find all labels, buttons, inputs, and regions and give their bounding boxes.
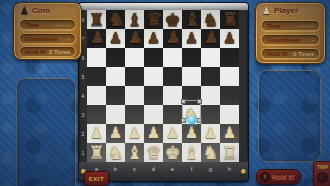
square-g2[interactable]: ♟ bbox=[201, 124, 220, 143]
file-label-h: h bbox=[220, 163, 239, 174]
black-pawn[interactable]: ♟ bbox=[106, 29, 125, 48]
com-panel: ♟ Com Time --:--:-- Countdown - Hold it!… bbox=[13, 2, 82, 60]
black-pawn[interactable]: ♟ bbox=[182, 29, 201, 48]
square-f7[interactable]: ♟ bbox=[182, 29, 201, 48]
black-pawn-icon: ♟ bbox=[20, 4, 29, 17]
square-g6[interactable] bbox=[201, 48, 220, 67]
square-c8[interactable]: ♝ bbox=[125, 10, 144, 29]
selection-glow-dot bbox=[188, 116, 196, 124]
black-pawn[interactable]: ♟ bbox=[87, 29, 106, 48]
black-bishop[interactable]: ♝ bbox=[182, 10, 201, 29]
square-d7[interactable]: ♟ bbox=[144, 29, 163, 48]
square-e7[interactable]: ♟ bbox=[163, 29, 182, 48]
square-h3[interactable] bbox=[220, 105, 239, 124]
square-d4[interactable] bbox=[144, 86, 163, 105]
square-h6[interactable] bbox=[220, 48, 239, 67]
player-time-label: Time bbox=[267, 23, 281, 29]
square-h8[interactable]: ♜ bbox=[220, 10, 239, 29]
square-b2[interactable]: ♟ bbox=[106, 124, 125, 143]
file-label-g: g bbox=[201, 163, 220, 174]
frame-screw-right bbox=[241, 169, 246, 174]
square-b8[interactable]: ♞ bbox=[106, 10, 125, 29]
square-a3[interactable] bbox=[87, 105, 106, 124]
com-countdown-value: - bbox=[68, 36, 70, 42]
square-d5[interactable] bbox=[144, 67, 163, 86]
square-b1[interactable]: ♞ bbox=[106, 143, 125, 162]
file-labels: abcdefgh bbox=[87, 163, 239, 174]
com-countdown-row: Countdown - bbox=[19, 33, 76, 44]
exit-button[interactable]: EXIT bbox=[84, 171, 109, 186]
square-f8[interactable]: ♝ bbox=[182, 10, 201, 29]
player-time-row: Time --:--:-- bbox=[261, 20, 320, 31]
square-d1[interactable]: ♛ bbox=[144, 143, 163, 162]
square-g8[interactable]: ♞ bbox=[201, 10, 220, 29]
square-a8[interactable]: ♜ bbox=[87, 10, 106, 29]
square-h1[interactable]: ♜ bbox=[220, 143, 239, 162]
square-a4[interactable] bbox=[87, 86, 106, 105]
player-holdit-value: 0 Times bbox=[293, 51, 314, 57]
square-e3[interactable] bbox=[163, 105, 182, 124]
square-c3[interactable] bbox=[125, 105, 144, 124]
square-g7[interactable]: ♟ bbox=[201, 29, 220, 48]
rank-label-4: 4 bbox=[79, 86, 87, 105]
square-h7[interactable]: ♟ bbox=[220, 29, 239, 48]
white-bishop[interactable]: ♝ bbox=[125, 143, 144, 162]
square-c4[interactable] bbox=[125, 86, 144, 105]
square-a6[interactable] bbox=[87, 48, 106, 67]
file-label-f: f bbox=[182, 163, 201, 174]
black-pawn[interactable]: ♟ bbox=[163, 29, 182, 48]
black-pawn[interactable]: ♟ bbox=[144, 29, 163, 48]
rank-label-3: 3 bbox=[79, 105, 87, 124]
square-f3[interactable]: ♞ bbox=[182, 105, 201, 124]
white-pawn[interactable]: ♟ bbox=[106, 124, 125, 143]
hold-it-button[interactable]: ! Hold it! bbox=[256, 169, 301, 185]
square-h5[interactable] bbox=[220, 67, 239, 86]
com-panel-header: ♟ Com bbox=[20, 4, 50, 17]
square-d8[interactable]: ♛ bbox=[144, 10, 163, 29]
player-holdit-label: Hold it! bbox=[267, 51, 288, 57]
black-bishop[interactable]: ♝ bbox=[125, 10, 144, 29]
com-countdown-label: Countdown bbox=[25, 36, 58, 42]
com-time-row: Time --:--:-- bbox=[19, 19, 76, 30]
square-e2[interactable]: ♟ bbox=[163, 124, 182, 143]
square-a5[interactable] bbox=[87, 67, 106, 86]
square-f1[interactable]: ♝ bbox=[182, 143, 201, 162]
square-f6[interactable] bbox=[182, 48, 201, 67]
square-b4[interactable] bbox=[106, 86, 125, 105]
square-c2[interactable]: ♟ bbox=[125, 124, 144, 143]
square-h4[interactable] bbox=[220, 86, 239, 105]
player-time-value: --:--:-- bbox=[299, 23, 314, 29]
corner-badge-knob-icon bbox=[317, 172, 328, 183]
file-label-d: d bbox=[144, 163, 163, 174]
square-d2[interactable]: ♟ bbox=[144, 124, 163, 143]
file-label-e: e bbox=[163, 163, 182, 174]
corner-badge-button[interactable]: TWP bbox=[313, 161, 330, 186]
white-bishop[interactable]: ♝ bbox=[182, 143, 201, 162]
rank-label-5: 5 bbox=[79, 67, 87, 86]
black-pawn[interactable]: ♟ bbox=[220, 29, 239, 48]
player-countdown-value: - bbox=[312, 37, 314, 43]
square-g4[interactable] bbox=[201, 86, 220, 105]
white-pawn[interactable]: ♟ bbox=[201, 124, 220, 143]
square-f5[interactable] bbox=[182, 67, 201, 86]
chess-board: 87654321 ♜♞♝♛♚♝♞♜♟♟♟♟♟♟♟♟♞♟♟♟♟♟♟♟♟♜♞♝♛♚♝… bbox=[79, 3, 248, 181]
black-knight[interactable]: ♞ bbox=[201, 10, 220, 29]
square-e5[interactable] bbox=[163, 67, 182, 86]
rank-label-2: 2 bbox=[79, 124, 87, 143]
square-h2[interactable]: ♟ bbox=[220, 124, 239, 143]
black-rook[interactable]: ♜ bbox=[87, 10, 106, 29]
file-label-c: c bbox=[125, 163, 144, 174]
square-b3[interactable] bbox=[106, 105, 125, 124]
player-holdit-row: Hold it! 0 Times bbox=[261, 48, 320, 59]
square-d3[interactable] bbox=[144, 105, 163, 124]
com-holdit-row: Hold it! 0 Times bbox=[19, 46, 76, 57]
white-knight[interactable]: ♞ bbox=[201, 143, 220, 162]
exit-button-label: EXIT bbox=[89, 176, 104, 182]
player-panel-title: Player bbox=[274, 6, 298, 15]
white-pawn[interactable]: ♟ bbox=[163, 124, 182, 143]
captured-pieces-tray-right bbox=[258, 70, 321, 162]
square-c6[interactable] bbox=[125, 48, 144, 67]
rank-label-1: 1 bbox=[79, 143, 87, 162]
chess-app-window: ♟ Com Time --:--:-- Countdown - Hold it!… bbox=[0, 0, 330, 186]
white-queen[interactable]: ♛ bbox=[144, 143, 163, 162]
square-g1[interactable]: ♞ bbox=[201, 143, 220, 162]
white-king[interactable]: ♚ bbox=[163, 143, 182, 162]
captured-pieces-tray-left bbox=[16, 78, 76, 186]
square-f4[interactable] bbox=[182, 86, 201, 105]
square-c1[interactable]: ♝ bbox=[125, 143, 144, 162]
square-e6[interactable] bbox=[163, 48, 182, 67]
black-pawn[interactable]: ♟ bbox=[125, 29, 144, 48]
white-rook[interactable]: ♜ bbox=[220, 143, 239, 162]
black-queen[interactable]: ♛ bbox=[144, 10, 163, 29]
square-b7[interactable]: ♟ bbox=[106, 29, 125, 48]
hold-it-icon: ! bbox=[260, 172, 270, 182]
square-d6[interactable] bbox=[144, 48, 163, 67]
square-e4[interactable] bbox=[163, 86, 182, 105]
square-f2[interactable]: ♟ bbox=[182, 124, 201, 143]
square-g5[interactable] bbox=[201, 67, 220, 86]
white-pawn[interactable]: ♟ bbox=[220, 124, 239, 143]
player-panel-header: ♟ Player bbox=[262, 4, 298, 17]
white-pawn[interactable]: ♟ bbox=[87, 124, 106, 143]
white-rook[interactable]: ♜ bbox=[87, 143, 106, 162]
square-c7[interactable]: ♟ bbox=[125, 29, 144, 48]
com-panel-title: Com bbox=[32, 6, 50, 15]
square-b5[interactable] bbox=[106, 67, 125, 86]
hold-it-button-label: Hold it! bbox=[272, 174, 294, 181]
white-pawn[interactable]: ♟ bbox=[182, 124, 201, 143]
black-pawn[interactable]: ♟ bbox=[201, 29, 220, 48]
square-e1[interactable]: ♚ bbox=[163, 143, 182, 162]
white-pawn[interactable]: ♟ bbox=[144, 124, 163, 143]
white-pawn-icon: ♟ bbox=[262, 4, 271, 17]
square-a7[interactable]: ♟ bbox=[87, 29, 106, 48]
com-time-label: Time bbox=[25, 22, 39, 28]
player-countdown-label: Countdown bbox=[267, 37, 300, 43]
com-time-value: --:--:-- bbox=[55, 22, 70, 28]
square-e8[interactable]: ♚ bbox=[163, 10, 182, 29]
square-a2[interactable]: ♟ bbox=[87, 124, 106, 143]
player-panel: ♟ Player Time --:--:-- Countdown - Hold … bbox=[255, 2, 326, 64]
black-rook[interactable]: ♜ bbox=[220, 10, 239, 29]
square-g3[interactable] bbox=[201, 105, 220, 124]
black-knight[interactable]: ♞ bbox=[106, 10, 125, 29]
black-king[interactable]: ♚ bbox=[163, 10, 182, 29]
white-pawn[interactable]: ♟ bbox=[125, 124, 144, 143]
corner-badge-label: TWP bbox=[317, 164, 328, 170]
square-b6[interactable] bbox=[106, 48, 125, 67]
square-c5[interactable] bbox=[125, 67, 144, 86]
com-holdit-value: 0 Times bbox=[49, 49, 70, 55]
square-a1[interactable]: ♜ bbox=[87, 143, 106, 162]
player-countdown-row: Countdown - bbox=[261, 34, 320, 45]
board-grid: ♜♞♝♛♚♝♞♜♟♟♟♟♟♟♟♟♞♟♟♟♟♟♟♟♟♜♞♝♛♚♝♞♜ bbox=[87, 10, 239, 162]
white-knight[interactable]: ♞ bbox=[106, 143, 125, 162]
com-holdit-label: Hold it! bbox=[25, 49, 46, 55]
